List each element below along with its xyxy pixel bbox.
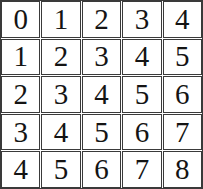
grid-cell-r1c3: 4 (122, 39, 161, 76)
grid-cell-r2c3: 5 (122, 76, 161, 113)
grid-cell-r1c0: 1 (1, 39, 40, 76)
grid-cell-r0c0: 0 (1, 1, 40, 38)
grid-cell-r4c3: 7 (122, 151, 161, 188)
grid-cell-r4c0: 4 (1, 151, 40, 188)
grid-cell-r0c4: 4 (163, 1, 202, 38)
addition-table-board: 0123412345234563456745678 (0, 0, 203, 189)
grid-cell-r3c2: 5 (82, 114, 121, 151)
grid-cell-r2c4: 6 (163, 76, 202, 113)
grid-cell-r1c4: 5 (163, 39, 202, 76)
grid-cell-r3c4: 7 (163, 114, 202, 151)
grid-cell-r3c3: 6 (122, 114, 161, 151)
grid-cell-r2c2: 4 (82, 76, 121, 113)
grid-cell-r1c1: 2 (41, 39, 80, 76)
grid-cell-r1c2: 3 (82, 39, 121, 76)
grid-cell-r3c0: 3 (1, 114, 40, 151)
grid-cell-r2c1: 3 (41, 76, 80, 113)
grid-cell-r4c4: 8 (163, 151, 202, 188)
grid-cell-r2c0: 2 (1, 76, 40, 113)
grid-cell-r3c1: 4 (41, 114, 80, 151)
grid-cell-r0c2: 2 (82, 1, 121, 38)
addition-table-diagram: 0123412345234563456745678 (0, 0, 203, 189)
grid-cell-r0c1: 1 (41, 1, 80, 38)
grid-cell-r4c2: 6 (82, 151, 121, 188)
grid-cell-r4c1: 5 (41, 151, 80, 188)
grid-cell-r0c3: 3 (122, 1, 161, 38)
